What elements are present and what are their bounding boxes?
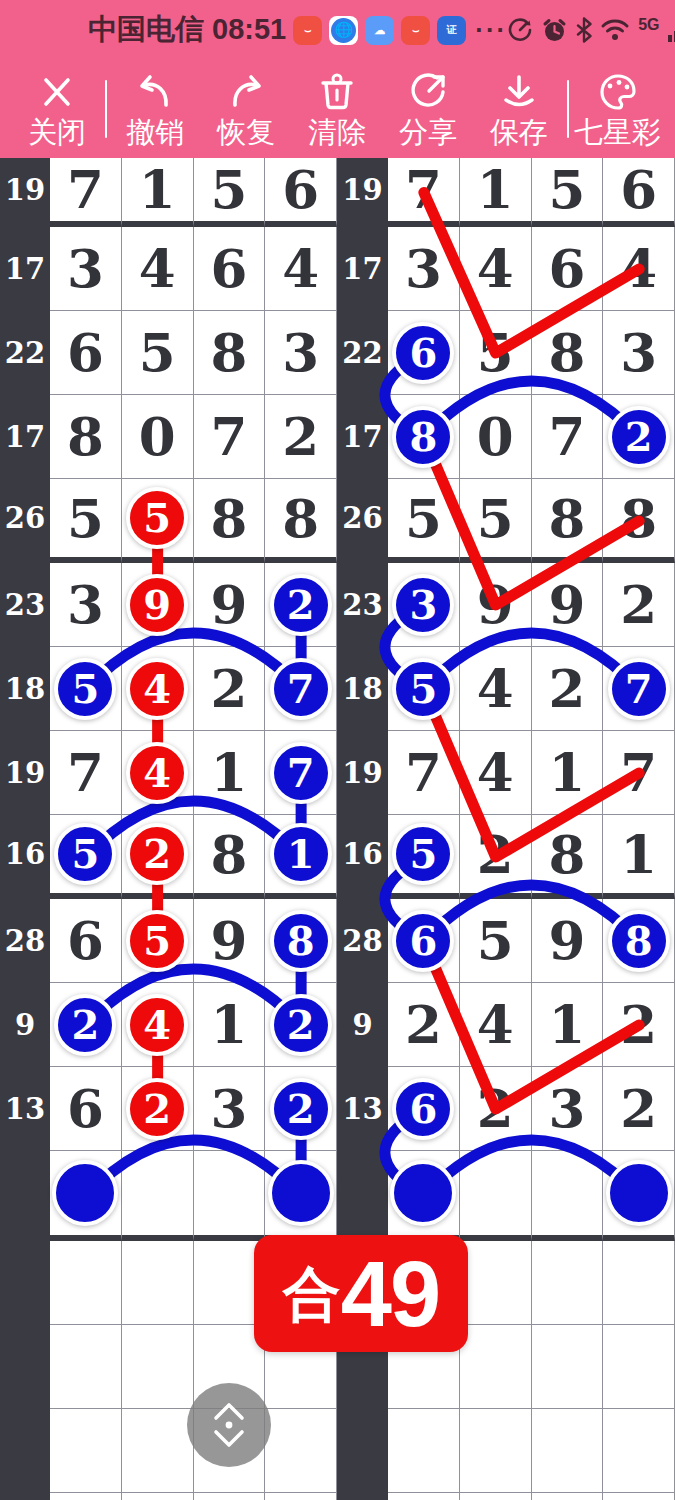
cell-R-r10c3[interactable]: 9 [532, 899, 604, 983]
cell-L-r1c2[interactable]: 1 [122, 158, 194, 227]
number: 5 [405, 492, 442, 545]
blue-filled-dot [268, 1160, 334, 1226]
huawei-appgallery-icon: ⌣ [293, 16, 322, 45]
browser-globe-icon: 🌐 [329, 16, 358, 45]
cell-L-r12c1[interactable]: 6 [50, 1067, 122, 1151]
cell-L-r9c2[interactable]: 2 [122, 815, 194, 899]
cell-R-r1c2[interactable]: 1 [460, 158, 532, 227]
number: 1 [548, 998, 585, 1051]
number: 8 [282, 492, 319, 545]
cell-L-r4c1[interactable]: 8 [50, 395, 122, 479]
row-sum-R-r4: 17 [337, 395, 388, 479]
cell-R-r13c4[interactable] [603, 1151, 675, 1241]
empty-cell [460, 1493, 532, 1500]
cell-L-r9c3[interactable]: 8 [194, 815, 266, 899]
cell-R-r9c4[interactable]: 1 [603, 815, 675, 899]
number: 2 [548, 662, 585, 715]
cell-L-r5c4[interactable]: 8 [265, 479, 337, 563]
cell-L-r1c3[interactable]: 5 [194, 158, 266, 227]
number: 8 [548, 326, 585, 379]
number: 4 [477, 242, 514, 295]
cell-L-r10c3[interactable]: 9 [194, 899, 266, 983]
sum-badge-prefix: 合 [283, 1265, 341, 1323]
number: 0 [139, 410, 176, 463]
blue-circled-number: 2 [270, 994, 332, 1056]
number: 7 [405, 163, 442, 216]
data-saver-icon [507, 17, 533, 43]
empty-cell [460, 1409, 532, 1493]
red-circled-number: 4 [126, 658, 188, 720]
cell-L-r6c1[interactable]: 3 [50, 563, 122, 647]
row-sum-L-r11: 9 [0, 983, 50, 1067]
empty-cell [265, 1493, 337, 1500]
empty-cell [603, 1409, 675, 1493]
blue-circled-number: 6 [392, 910, 454, 972]
empty-cell [50, 1493, 122, 1500]
number: 7 [405, 746, 442, 799]
cell-L-r3c4[interactable]: 3 [265, 311, 337, 395]
cell-L-r2c1[interactable]: 3 [50, 227, 122, 311]
network-type-label: 5G [638, 16, 659, 34]
blue-circled-number: 6 [392, 322, 454, 384]
lottery-button[interactable]: 七星彩 [574, 69, 661, 149]
empty-cell [388, 1493, 460, 1500]
empty-cell [122, 1493, 194, 1500]
cell-L-r13c4[interactable] [265, 1151, 337, 1241]
cell-R-r6c3[interactable]: 9 [532, 563, 604, 647]
number: 2 [620, 998, 657, 1051]
cell-L-r7c2[interactable]: 4 [122, 647, 194, 731]
number: 7 [67, 746, 104, 799]
empty-cell [532, 1409, 604, 1493]
cell-R-r6c4[interactable]: 2 [603, 563, 675, 647]
cell-R-r7c4[interactable]: 7 [603, 647, 675, 731]
cell-L-r12c3[interactable]: 3 [194, 1067, 266, 1151]
cell-R-r5c1[interactable]: 5 [388, 479, 460, 563]
number: 5 [210, 163, 247, 216]
number: 5 [477, 914, 514, 967]
blue-circled-number: 2 [608, 406, 670, 468]
empty-cell [532, 1241, 604, 1325]
cell-R-r7c3[interactable]: 2 [532, 647, 604, 731]
red-circled-number: 2 [126, 823, 188, 885]
cell-L-r11c1[interactable]: 2 [50, 983, 122, 1067]
number: 2 [405, 998, 442, 1051]
toolbar-divider [105, 80, 108, 138]
more-notifications-icon: ··· [475, 15, 507, 46]
number: 9 [548, 914, 585, 967]
red-circled-number: 9 [126, 574, 188, 636]
number: 8 [548, 492, 585, 545]
number: 6 [620, 163, 657, 216]
empty-cell [603, 1241, 675, 1325]
number: 9 [210, 914, 247, 967]
cell-R-r4c3[interactable]: 7 [532, 395, 604, 479]
number: 2 [620, 1082, 657, 1135]
number: 4 [620, 242, 657, 295]
number: 5 [139, 326, 176, 379]
sum-column-filler [0, 1325, 50, 1409]
close-icon [34, 69, 80, 115]
share-button[interactable]: 分享 [385, 69, 471, 149]
row-sum-L-r6: 23 [0, 563, 50, 647]
cell-R-r6c1[interactable]: 3 [388, 563, 460, 647]
expand-collapse-icon [196, 1392, 262, 1458]
number: 8 [210, 326, 247, 379]
sum-badge-value: 49 [341, 1248, 439, 1340]
number: 2 [477, 828, 514, 881]
cell-L-r4c3[interactable]: 7 [194, 395, 266, 479]
sum-column-filler [0, 1151, 50, 1241]
toolbar: 关闭撤销恢复清除分享保存七星彩 [0, 60, 675, 158]
sum-column-filler [337, 1493, 388, 1500]
blue-circled-number: 2 [270, 574, 332, 636]
blue-circled-number: 5 [54, 658, 116, 720]
cell-R-r2c2[interactable]: 4 [460, 227, 532, 311]
row-sum-L-r12: 13 [0, 1067, 50, 1151]
number: 8 [210, 492, 247, 545]
number: 3 [548, 1082, 585, 1135]
empty-cell [603, 1493, 675, 1500]
number: 3 [67, 578, 104, 631]
red-circled-number: 4 [126, 994, 188, 1056]
cell-R-r12c4[interactable]: 2 [603, 1067, 675, 1151]
cell-R-r3c1[interactable]: 6 [388, 311, 460, 395]
blue-filled-dot [606, 1160, 672, 1226]
cell-L-r2c4[interactable]: 4 [265, 227, 337, 311]
cell-L-r11c4[interactable]: 2 [265, 983, 337, 1067]
undo-icon [132, 69, 178, 115]
alarm-clock-icon [541, 17, 568, 44]
save-label: 保存 [490, 117, 548, 149]
cell-R-r5c4[interactable]: 8 [603, 479, 675, 563]
empty-cell [122, 1409, 194, 1493]
cell-R-r3c3[interactable]: 8 [532, 311, 604, 395]
number: 4 [477, 998, 514, 1051]
cell-L-r3c2[interactable]: 5 [122, 311, 194, 395]
cell-R-r13c3[interactable] [532, 1151, 604, 1241]
cell-L-r9c4[interactable]: 1 [265, 815, 337, 899]
empty-cell [194, 1493, 266, 1500]
clear-icon [314, 69, 360, 115]
cell-L-r11c2[interactable]: 4 [122, 983, 194, 1067]
row-sum-R-r6: 23 [337, 563, 388, 647]
empty-cell [388, 1409, 460, 1493]
cell-L-r4c4[interactable]: 2 [265, 395, 337, 479]
cell-L-r12c2[interactable]: 2 [122, 1067, 194, 1151]
cloud-icon: ☁ [365, 16, 394, 45]
number: 4 [477, 662, 514, 715]
blue-filled-dot [52, 1160, 118, 1226]
cell-R-r11c3[interactable]: 1 [532, 983, 604, 1067]
blue-circled-number: 2 [270, 1078, 332, 1140]
number: 3 [405, 242, 442, 295]
number: 7 [620, 746, 657, 799]
cell-R-r13c2[interactable] [460, 1151, 532, 1241]
empty-cell [460, 1241, 532, 1325]
number: 7 [210, 410, 247, 463]
cell-R-r8c2[interactable]: 4 [460, 731, 532, 815]
number: 6 [67, 1082, 104, 1135]
blue-circled-number: 8 [608, 910, 670, 972]
cell-L-r6c2[interactable]: 9 [122, 563, 194, 647]
cell-L-r5c3[interactable]: 8 [194, 479, 266, 563]
cell-L-r3c1[interactable]: 6 [50, 311, 122, 395]
undo-button[interactable]: 撤销 [112, 69, 198, 149]
row-sum-L-r4: 17 [0, 395, 50, 479]
cell-L-r11c3[interactable]: 1 [194, 983, 266, 1067]
cell-R-r12c2[interactable]: 2 [460, 1067, 532, 1151]
cell-R-r5c3[interactable]: 8 [532, 479, 604, 563]
blue-circled-number: 7 [270, 658, 332, 720]
blue-circled-number: 7 [270, 742, 332, 804]
cell-L-r13c1[interactable] [50, 1151, 122, 1241]
lottery-icon [595, 69, 641, 115]
number: 4 [282, 242, 319, 295]
undo-label: 撤销 [126, 117, 184, 149]
number: 4 [139, 242, 176, 295]
cell-L-r10c2[interactable]: 5 [122, 899, 194, 983]
blue-filled-dot [390, 1160, 456, 1226]
row-sum-R-r8: 19 [337, 731, 388, 815]
cell-R-r7c1[interactable]: 5 [388, 647, 460, 731]
cell-L-r8c4[interactable]: 7 [265, 731, 337, 815]
row-sum-R-r7: 18 [337, 647, 388, 731]
row-sum-R-r10: 28 [337, 899, 388, 983]
wifi-icon [600, 17, 630, 43]
empty-cell [122, 1241, 194, 1325]
cell-R-r2c1[interactable]: 3 [388, 227, 460, 311]
blue-circled-number: 5 [54, 823, 116, 885]
cell-R-r13c1[interactable] [388, 1151, 460, 1241]
empty-cell [50, 1409, 122, 1493]
cell-L-r8c1[interactable]: 7 [50, 731, 122, 815]
number: 8 [620, 492, 657, 545]
save-button[interactable]: 保存 [476, 69, 562, 149]
sum-column-filler [337, 1151, 388, 1241]
empty-cell [532, 1325, 604, 1409]
blue-circled-number: 1 [270, 823, 332, 885]
blue-circled-number: 8 [392, 406, 454, 468]
blue-circled-number: 3 [392, 574, 454, 636]
row-sum-R-r9: 16 [337, 815, 388, 899]
number: 3 [67, 242, 104, 295]
number: 5 [548, 163, 585, 216]
row-sum-R-r3: 22 [337, 311, 388, 395]
cell-R-r2c3[interactable]: 6 [532, 227, 604, 311]
lottery-label: 七星彩 [574, 117, 661, 149]
row-sum-L-r8: 19 [0, 731, 50, 815]
number: 2 [282, 410, 319, 463]
number: 6 [282, 163, 319, 216]
id-card-app-icon: 证 [437, 16, 466, 45]
row-sum-L-r5: 26 [0, 479, 50, 563]
blue-circled-number: 5 [392, 823, 454, 885]
empty-cell [50, 1241, 122, 1325]
red-circled-number: 4 [126, 742, 188, 804]
number: 2 [210, 662, 247, 715]
number: 6 [67, 914, 104, 967]
cell-R-r6c2[interactable]: 9 [460, 563, 532, 647]
cell-R-r8c4[interactable]: 7 [603, 731, 675, 815]
empty-cell [265, 1409, 337, 1493]
sum-column-filler [0, 1241, 50, 1325]
save-icon [496, 69, 542, 115]
cell-R-r1c4[interactable]: 6 [603, 158, 675, 227]
number: 8 [67, 410, 104, 463]
number: 1 [210, 746, 247, 799]
blue-circled-number: 8 [270, 910, 332, 972]
number: 1 [139, 163, 176, 216]
cell-R-r5c2[interactable]: 5 [460, 479, 532, 563]
cell-R-r9c2[interactable]: 2 [460, 815, 532, 899]
number: 1 [477, 163, 514, 216]
row-sum-R-r12: 13 [337, 1067, 388, 1151]
cell-L-r1c4[interactable]: 6 [265, 158, 337, 227]
clear-label: 清除 [308, 117, 366, 149]
number: 0 [477, 410, 514, 463]
empty-cell [603, 1325, 675, 1409]
cell-R-r4c2[interactable]: 0 [460, 395, 532, 479]
share-icon [405, 69, 451, 115]
row-sum-L-r1: 19 [0, 158, 50, 227]
cell-R-r8c1[interactable]: 7 [388, 731, 460, 815]
cell-R-r11c2[interactable]: 4 [460, 983, 532, 1067]
blue-circled-number: 5 [392, 658, 454, 720]
scroll-expand-button[interactable] [187, 1383, 271, 1467]
redo-button[interactable]: 恢复 [203, 69, 289, 149]
cell-L-r13c2[interactable] [122, 1151, 194, 1241]
cell-L-r7c1[interactable]: 5 [50, 647, 122, 731]
cell-R-r10c2[interactable]: 5 [460, 899, 532, 983]
row-sum-L-r2: 17 [0, 227, 50, 311]
row-sum-R-r11: 9 [337, 983, 388, 1067]
number: 4 [477, 746, 514, 799]
cell-L-r5c2[interactable]: 5 [122, 479, 194, 563]
number: 5 [67, 492, 104, 545]
number: 1 [548, 746, 585, 799]
number: 2 [477, 1082, 514, 1135]
row-sum-R-r5: 26 [337, 479, 388, 563]
empty-cell [122, 1325, 194, 1409]
cell-R-r3c4[interactable]: 3 [603, 311, 675, 395]
cell-L-r6c4[interactable]: 2 [265, 563, 337, 647]
redo-icon [223, 69, 269, 115]
red-circled-number: 2 [126, 1078, 188, 1140]
cell-L-r4c2[interactable]: 0 [122, 395, 194, 479]
redo-label: 恢复 [217, 117, 275, 149]
cell-L-r13c3[interactable] [194, 1151, 266, 1241]
empty-cell [50, 1325, 122, 1409]
row-sum-R-r1: 19 [337, 158, 388, 227]
number: 3 [282, 326, 319, 379]
cell-R-r11c1[interactable]: 2 [388, 983, 460, 1067]
cell-L-r10c4[interactable]: 8 [265, 899, 337, 983]
cell-L-r7c4[interactable]: 7 [265, 647, 337, 731]
number: 3 [210, 1082, 247, 1135]
cell-R-r4c1[interactable]: 8 [388, 395, 460, 479]
number: 9 [210, 578, 247, 631]
number: 2 [620, 578, 657, 631]
cell-L-r9c1[interactable]: 5 [50, 815, 122, 899]
app-screen: 中国电信 08:51 ⌣ 🌐 ☁ ⌣ 证 ··· 5G 96 关闭撤销恢复清除分… [0, 0, 675, 1500]
number: 8 [210, 828, 247, 881]
huawei-app-icon: ⌣ [401, 16, 430, 45]
clear-button[interactable]: 清除 [294, 69, 380, 149]
cell-L-r8c3[interactable]: 1 [194, 731, 266, 815]
cell-R-r12c3[interactable]: 3 [532, 1067, 604, 1151]
empty-cell [532, 1493, 604, 1500]
number: 3 [620, 326, 657, 379]
cell-R-r9c3[interactable]: 8 [532, 815, 604, 899]
number: 7 [548, 410, 585, 463]
cell-L-r1c1[interactable]: 7 [50, 158, 122, 227]
number: 5 [477, 326, 514, 379]
cell-R-r7c2[interactable]: 4 [460, 647, 532, 731]
number: 9 [548, 578, 585, 631]
number: 8 [548, 828, 585, 881]
cell-R-r10c4[interactable]: 8 [603, 899, 675, 983]
signal-bars-icon [668, 17, 675, 43]
cell-L-r2c2[interactable]: 4 [122, 227, 194, 311]
row-sum-L-r9: 16 [0, 815, 50, 899]
cell-R-r9c1[interactable]: 5 [388, 815, 460, 899]
cell-R-r10c1[interactable]: 6 [388, 899, 460, 983]
cell-R-r2c4[interactable]: 4 [603, 227, 675, 311]
cell-R-r3c2[interactable]: 5 [460, 311, 532, 395]
row-sum-R-r2: 17 [337, 227, 388, 311]
status-left: 中国电信 08:51 ⌣ 🌐 ☁ ⌣ 证 ··· [88, 10, 507, 50]
number: 6 [210, 242, 247, 295]
cell-L-r2c3[interactable]: 6 [194, 227, 266, 311]
cell-L-r6c3[interactable]: 9 [194, 563, 266, 647]
cell-L-r10c1[interactable]: 6 [50, 899, 122, 983]
blue-circled-number: 2 [54, 994, 116, 1056]
red-circled-number: 5 [126, 910, 188, 972]
empty-cell [460, 1325, 532, 1409]
row-sum-L-r7: 18 [0, 647, 50, 731]
cell-R-r8c3[interactable]: 1 [532, 731, 604, 815]
red-circled-number: 5 [126, 487, 188, 549]
cell-L-r5c1[interactable]: 5 [50, 479, 122, 563]
cell-R-r11c4[interactable]: 2 [603, 983, 675, 1067]
number: 5 [477, 492, 514, 545]
cell-L-r3c3[interactable]: 8 [194, 311, 266, 395]
row-sum-L-r10: 28 [0, 899, 50, 983]
trend-chart-board: 合49 197156173464226583178072265588233992… [0, 158, 675, 1500]
cell-R-r4c4[interactable]: 2 [603, 395, 675, 479]
sum-badge: 合49 [254, 1235, 468, 1352]
cell-L-r8c2[interactable]: 4 [122, 731, 194, 815]
sum-column-filler [337, 1409, 388, 1493]
close-label: 关闭 [28, 117, 86, 149]
number: 6 [548, 242, 585, 295]
sum-column-filler [0, 1493, 50, 1500]
cell-R-r12c1[interactable]: 6 [388, 1067, 460, 1151]
cell-R-r1c3[interactable]: 5 [532, 158, 604, 227]
share-label: 分享 [399, 117, 457, 149]
close-button[interactable]: 关闭 [14, 69, 100, 149]
row-sum-L-r3: 22 [0, 311, 50, 395]
cell-R-r1c1[interactable]: 7 [388, 158, 460, 227]
number: 6 [67, 326, 104, 379]
blue-circled-number: 7 [608, 658, 670, 720]
number: 9 [477, 578, 514, 631]
cell-L-r7c3[interactable]: 2 [194, 647, 266, 731]
blue-circled-number: 6 [392, 1078, 454, 1140]
status-bar: 中国电信 08:51 ⌣ 🌐 ☁ ⌣ 证 ··· 5G 96 [0, 0, 675, 60]
cell-L-r12c4[interactable]: 2 [265, 1067, 337, 1151]
